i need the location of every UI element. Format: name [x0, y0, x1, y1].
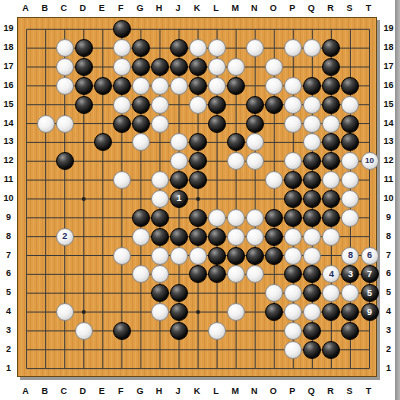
column-label-bottom: C: [57, 385, 71, 397]
hoshi-point: [82, 197, 86, 201]
column-label-bottom: M: [228, 385, 242, 397]
row-label-left: 9: [2, 211, 16, 223]
move-number-label: 9: [367, 308, 372, 317]
white-stone[interactable]: [113, 247, 131, 265]
row-label-left: 15: [2, 98, 16, 110]
column-label-top: P: [285, 2, 299, 14]
black-stone[interactable]: [265, 228, 283, 246]
black-stone[interactable]: [75, 77, 93, 95]
white-stone[interactable]: [56, 77, 74, 95]
black-stone[interactable]: [132, 209, 150, 227]
white-stone[interactable]: [284, 115, 302, 133]
row-label-right: 11: [382, 173, 396, 185]
white-stone[interactable]: [151, 247, 169, 265]
white-stone[interactable]: [208, 58, 226, 76]
white-stone[interactable]: [56, 303, 74, 321]
black-stone[interactable]: [170, 322, 188, 340]
hoshi-point: [82, 310, 86, 314]
white-stone[interactable]: [189, 96, 207, 114]
black-stone[interactable]: [227, 247, 245, 265]
white-stone[interactable]: [208, 209, 226, 227]
white-stone[interactable]: [113, 96, 131, 114]
white-stone[interactable]: 6: [361, 247, 379, 265]
white-stone[interactable]: [303, 96, 321, 114]
row-label-left: 14: [2, 117, 16, 129]
column-label-bottom: G: [133, 385, 147, 397]
column-label-top: K: [190, 2, 204, 14]
black-stone[interactable]: [151, 209, 169, 227]
black-stone[interactable]: [189, 228, 207, 246]
column-label-top: R: [323, 2, 337, 14]
white-stone[interactable]: [151, 77, 169, 95]
black-stone[interactable]: [170, 171, 188, 189]
column-label-top: Q: [304, 2, 318, 14]
black-stone[interactable]: [246, 96, 264, 114]
white-stone[interactable]: [265, 77, 283, 95]
row-label-left: 10: [2, 192, 16, 204]
move-number-label: 6: [367, 251, 372, 260]
white-stone[interactable]: [56, 115, 74, 133]
row-label-left: 17: [2, 60, 16, 72]
white-stone[interactable]: [151, 303, 169, 321]
black-stone[interactable]: [151, 228, 169, 246]
white-stone[interactable]: [132, 228, 150, 246]
black-stone[interactable]: [170, 228, 188, 246]
row-label-right: 5: [382, 286, 396, 298]
black-stone[interactable]: [208, 247, 226, 265]
column-label-top: H: [152, 2, 166, 14]
column-label-bottom: J: [171, 385, 185, 397]
black-stone[interactable]: [151, 284, 169, 302]
column-label-top: T: [362, 2, 376, 14]
black-stone[interactable]: 9: [361, 303, 379, 321]
row-label-right: 12: [382, 154, 396, 166]
black-stone[interactable]: [208, 228, 226, 246]
white-stone[interactable]: [227, 209, 245, 227]
move-number-label: 2: [62, 232, 67, 241]
row-label-right: 18: [382, 41, 396, 53]
column-label-bottom: K: [190, 385, 204, 397]
column-label-top: L: [209, 2, 223, 14]
row-label-left: 19: [2, 22, 16, 34]
white-stone[interactable]: [132, 77, 150, 95]
column-label-top: O: [266, 2, 280, 14]
row-label-left: 2: [2, 343, 16, 355]
white-stone[interactable]: [189, 247, 207, 265]
white-stone[interactable]: [170, 77, 188, 95]
column-label-top: A: [19, 2, 33, 14]
column-label-top: M: [228, 2, 242, 14]
row-label-left: 11: [2, 173, 16, 185]
column-label-bottom: D: [76, 385, 90, 397]
white-stone[interactable]: [322, 228, 340, 246]
column-label-bottom: R: [323, 385, 337, 397]
column-label-top: F: [114, 2, 128, 14]
white-stone[interactable]: [75, 322, 93, 340]
row-label-left: 8: [2, 230, 16, 242]
black-stone[interactable]: [284, 209, 302, 227]
black-stone[interactable]: [265, 247, 283, 265]
row-label-right: 6: [382, 267, 396, 279]
row-label-right: 9: [382, 211, 396, 223]
column-label-bottom: Q: [304, 385, 318, 397]
white-stone[interactable]: [56, 58, 74, 76]
white-stone[interactable]: [208, 77, 226, 95]
black-stone[interactable]: [265, 209, 283, 227]
black-stone[interactable]: [189, 209, 207, 227]
black-stone[interactable]: [113, 77, 131, 95]
black-stone[interactable]: [246, 115, 264, 133]
row-label-left: 7: [2, 249, 16, 261]
row-label-left: 12: [2, 154, 16, 166]
black-stone[interactable]: [75, 58, 93, 76]
white-stone[interactable]: [303, 228, 321, 246]
row-label-left: 3: [2, 324, 16, 336]
white-stone[interactable]: [37, 115, 55, 133]
white-stone[interactable]: [246, 209, 264, 227]
black-stone[interactable]: [75, 96, 93, 114]
column-label-top: D: [76, 2, 90, 14]
column-label-top: E: [95, 2, 109, 14]
white-stone[interactable]: [303, 115, 321, 133]
column-label-top: G: [133, 2, 147, 14]
white-stone[interactable]: [113, 58, 131, 76]
black-stone[interactable]: 5: [361, 284, 379, 302]
black-stone[interactable]: [132, 96, 150, 114]
column-label-bottom: H: [152, 385, 166, 397]
row-label-right: 7: [382, 249, 396, 261]
black-stone[interactable]: [208, 115, 226, 133]
column-label-bottom: A: [19, 385, 33, 397]
row-label-right: 14: [382, 117, 396, 129]
white-stone[interactable]: [322, 115, 340, 133]
column-label-bottom: T: [362, 385, 376, 397]
column-label-bottom: N: [247, 385, 261, 397]
white-stone[interactable]: [208, 322, 226, 340]
white-stone[interactable]: [56, 39, 74, 57]
go-board[interactable]: 10128643759: [17, 17, 377, 377]
column-label-bottom: B: [38, 385, 52, 397]
row-label-right: 4: [382, 305, 396, 317]
row-label-left: 16: [2, 79, 16, 91]
white-stone[interactable]: [284, 247, 302, 265]
black-stone[interactable]: [132, 39, 150, 57]
move-number-label: 5: [367, 289, 372, 298]
white-stone[interactable]: [284, 96, 302, 114]
go-game-page: 10128643759 AABBCCDDEEFFGGHHJJKKLLMMNNOO…: [0, 0, 400, 400]
row-label-right: 10: [382, 192, 396, 204]
black-stone[interactable]: 1: [170, 190, 188, 208]
white-stone[interactable]: [227, 228, 245, 246]
white-stone[interactable]: 8: [341, 247, 359, 265]
move-number-label: 1: [176, 194, 181, 203]
row-label-left: 6: [2, 267, 16, 279]
column-label-top: J: [171, 2, 185, 14]
black-stone[interactable]: [341, 115, 359, 133]
column-label-bottom: O: [266, 385, 280, 397]
row-label-right: 13: [382, 135, 396, 147]
row-label-right: 16: [382, 79, 396, 91]
black-stone[interactable]: [189, 77, 207, 95]
black-stone[interactable]: [208, 96, 226, 114]
column-label-bottom: P: [285, 385, 299, 397]
black-stone[interactable]: [246, 247, 264, 265]
row-label-right: 2: [382, 343, 396, 355]
white-stone[interactable]: [151, 96, 169, 114]
row-label-left: 13: [2, 135, 16, 147]
column-label-top: C: [57, 2, 71, 14]
white-stone[interactable]: [113, 39, 131, 57]
black-stone[interactable]: [132, 115, 150, 133]
row-label-right: 15: [382, 98, 396, 110]
move-number-label: 7: [367, 270, 372, 279]
white-stone[interactable]: [170, 247, 188, 265]
row-label-left: 5: [2, 286, 16, 298]
black-stone[interactable]: [265, 96, 283, 114]
row-label-right: 1: [382, 362, 396, 374]
black-stone[interactable]: [151, 58, 169, 76]
white-stone[interactable]: 2: [56, 228, 74, 246]
black-stone[interactable]: [170, 58, 188, 76]
white-stone[interactable]: [151, 190, 169, 208]
column-label-bottom: E: [95, 385, 109, 397]
white-stone[interactable]: [284, 228, 302, 246]
column-label-top: S: [342, 2, 356, 14]
column-label-top: N: [247, 2, 261, 14]
black-stone[interactable]: [94, 77, 112, 95]
column-label-bottom: S: [342, 385, 356, 397]
white-stone[interactable]: 10: [361, 152, 379, 170]
move-number-label: 8: [348, 251, 353, 260]
white-stone[interactable]: [303, 247, 321, 265]
column-label-top: B: [38, 2, 52, 14]
row-label-right: 17: [382, 60, 396, 72]
hoshi-point: [196, 310, 200, 314]
row-label-right: 3: [382, 324, 396, 336]
row-label-left: 18: [2, 41, 16, 53]
black-stone[interactable]: [322, 96, 340, 114]
black-stone[interactable]: [75, 39, 93, 57]
move-number-label: 10: [365, 157, 374, 165]
move-number-label: 4: [329, 270, 334, 279]
black-stone[interactable]: 7: [361, 265, 379, 283]
scrollbar[interactable]: [395, 0, 400, 400]
column-label-bottom: L: [209, 385, 223, 397]
move-number-label: 3: [348, 270, 353, 279]
black-stone[interactable]: [56, 152, 74, 170]
column-label-bottom: F: [114, 385, 128, 397]
black-stone[interactable]: [170, 303, 188, 321]
white-stone[interactable]: [151, 115, 169, 133]
black-stone[interactable]: [132, 58, 150, 76]
black-stone[interactable]: [303, 341, 321, 359]
black-stone[interactable]: [113, 115, 131, 133]
white-stone[interactable]: [246, 228, 264, 246]
hoshi-point: [196, 197, 200, 201]
row-label-left: 4: [2, 305, 16, 317]
black-stone[interactable]: [113, 322, 131, 340]
row-label-right: 19: [382, 22, 396, 34]
row-label-right: 8: [382, 230, 396, 242]
white-stone[interactable]: [113, 171, 131, 189]
black-stone[interactable]: [189, 58, 207, 76]
white-stone[interactable]: [284, 341, 302, 359]
white-stone[interactable]: [151, 171, 169, 189]
row-label-left: 1: [2, 362, 16, 374]
black-stone[interactable]: [227, 77, 245, 95]
